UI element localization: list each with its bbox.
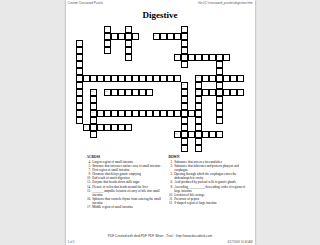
clues-section: ACROSS 4.Largest region of small intesti… [87, 155, 251, 209]
grid-cell: 6 [76, 40, 83, 47]
clue-number: 3. [169, 172, 174, 180]
grid-cell [125, 40, 132, 47]
clue-text: Ascending, _________, descending: order … [174, 185, 250, 193]
grid-cell: 11 [181, 82, 188, 89]
clue-number: 2. [169, 164, 174, 172]
grid-cell [111, 124, 118, 131]
clue-text: Middle region of small intestine [92, 205, 164, 209]
grid-cell [76, 54, 83, 61]
docudesk-link[interactable]: http://www.docudesk.com [176, 234, 212, 238]
grid-cell: 1 [104, 26, 111, 33]
grid-cell [76, 68, 83, 75]
clue-text: Sphincter that controls chyme from enter… [92, 197, 164, 205]
grid-cell [125, 75, 132, 82]
grid-cell [76, 82, 83, 89]
grid-cell [167, 110, 174, 117]
grid-cell [174, 75, 181, 82]
grid-cell [181, 145, 188, 152]
grid-cell [195, 110, 202, 117]
grid-cell [181, 96, 188, 103]
cell-number: 3 [182, 27, 183, 30]
grid-cell [111, 75, 118, 82]
grid-cell [132, 75, 139, 82]
footer-watermark: PDF Created with deskPDF PDF Writer - Tr… [66, 234, 255, 238]
cell-number: 9 [77, 76, 78, 79]
grid-cell [118, 110, 125, 117]
grid-cell [139, 89, 146, 96]
grid-cell [216, 75, 223, 82]
clue-number: 8. [169, 185, 174, 193]
grid-cell [216, 68, 223, 75]
cell-number: 1 [105, 27, 106, 30]
grid-cell [174, 110, 181, 117]
grid-cell [90, 103, 97, 110]
grid-cell [125, 89, 132, 96]
page-title: Digestive [66, 10, 255, 20]
clue-item: 3.Opening through which the esophagus en… [169, 172, 251, 180]
grid-cell [181, 110, 188, 117]
grid-cell [202, 54, 209, 61]
grid-cell [139, 110, 146, 117]
clue-item: 15._______ ampulla: location of entry of… [87, 189, 165, 197]
grid-cell: 8 [216, 54, 223, 61]
grid-cell [216, 89, 223, 96]
clue-number: 12. [169, 201, 174, 205]
grid-cell [153, 110, 160, 117]
cell-number: 11 [182, 83, 184, 86]
grid-cell [188, 110, 195, 117]
grid-cell [76, 47, 83, 54]
grid-cell [139, 75, 146, 82]
grid-cell [216, 96, 223, 103]
grid-cell [223, 75, 230, 82]
clue-number: 15. [87, 189, 92, 197]
grid-cell [195, 117, 202, 124]
grid-cell [132, 110, 139, 117]
cell-number: 2 [126, 27, 127, 30]
cell-number: 7 [175, 55, 176, 58]
down-title: DOWN [169, 155, 251, 159]
grid-cell [216, 103, 223, 110]
timestamp: 4/17/2009 10:34 AM [227, 240, 252, 244]
grid-cell: 9 [76, 75, 83, 82]
grid-cell [97, 124, 104, 131]
down-column: DOWN 1.Substance that acts as a fat emul… [169, 155, 251, 209]
grid-cell [195, 138, 202, 145]
grid-cell [90, 124, 97, 131]
cell-number: 17 [175, 132, 177, 135]
grid-cell [125, 54, 132, 61]
grid-cell [118, 33, 125, 40]
grid-cell [153, 75, 160, 82]
clue-text: Substance that lubricates and protects p… [174, 164, 250, 172]
clue-text: S-shaped region of large intestine [174, 201, 250, 205]
grid-cell [111, 33, 118, 40]
grid-cell [195, 54, 202, 61]
cell-number: 14 [196, 90, 198, 93]
grid-cell [202, 89, 209, 96]
grid-cell [209, 75, 216, 82]
grid-cell [118, 75, 125, 82]
across-title: ACROSS [87, 155, 165, 159]
grid-cell [90, 96, 97, 103]
grid-cell [195, 131, 202, 138]
grid-cell [202, 75, 209, 82]
grid-cell [90, 131, 97, 138]
grid-cell: 12 [90, 89, 97, 96]
grid-cell [160, 75, 167, 82]
grid-cell [167, 75, 174, 82]
cell-number: 10 [196, 76, 198, 79]
grid-cell: 17 [174, 131, 181, 138]
clue-number: 16. [87, 197, 92, 205]
clue-item: 12.S-shaped region of large intestine [169, 201, 251, 205]
grid-cell [181, 124, 188, 131]
grid-cell [237, 75, 244, 82]
grid-cell [216, 82, 223, 89]
header-left: Custom Crossword Puzzle [68, 1, 103, 5]
cell-number: 12 [91, 90, 93, 93]
across-column: ACROSS 4.Largest region of small intesti… [87, 155, 165, 209]
grid-cell: 7 [174, 54, 181, 61]
grid-cell [90, 117, 97, 124]
grid-cell [160, 33, 167, 40]
grid-cell [188, 131, 195, 138]
grid-cell [76, 96, 83, 103]
grid-cell: 16 [83, 124, 90, 131]
grid-cell [195, 124, 202, 131]
grid-cell [223, 89, 230, 96]
grid-cell [181, 47, 188, 54]
cell-number: 8 [217, 55, 218, 58]
grid-cell: 10 [195, 75, 202, 82]
grid-cell [216, 110, 223, 117]
grid-cell [195, 145, 202, 152]
grid-cell [104, 40, 111, 47]
watermark-text: PDF Created with deskPDF PDF Writer - Tr… [108, 234, 176, 238]
grid-cell: 14 [195, 89, 202, 96]
cell-number: 5 [154, 34, 155, 37]
pdf-page: Custom Crossword Puzzle file://C:\crossw… [66, 0, 255, 245]
grid-cell [174, 33, 181, 40]
grid-cell: 4 [104, 33, 111, 40]
grid-cell [125, 110, 132, 117]
clue-item: 16.Sphincter that controls chyme from en… [87, 197, 165, 205]
cell-number: 6 [77, 41, 78, 44]
down-list: 1.Substance that acts as a fat emulsifie… [169, 160, 251, 205]
grid-cell [181, 54, 188, 61]
cell-number: 4 [105, 34, 106, 37]
grid-cell [181, 103, 188, 110]
grid-cell: 2 [125, 26, 132, 33]
grid-cell [146, 110, 153, 117]
grid-cell [76, 61, 83, 68]
across-list: 4.Largest region of small intestine5.Str… [87, 160, 165, 209]
cell-number: 16 [84, 125, 86, 128]
cell-number: 15 [91, 111, 93, 114]
grid-cell [230, 89, 237, 96]
grid-cell [181, 131, 188, 138]
grid-cell [125, 33, 132, 40]
grid-cell [202, 131, 209, 138]
grid-cell [188, 54, 195, 61]
grid-cell [216, 61, 223, 68]
grid-cell [118, 124, 125, 131]
grid-cell [132, 33, 139, 40]
grid-cell [195, 82, 202, 89]
clue-item: 2.Substance that lubricates and protects… [169, 164, 251, 172]
grid-cell [76, 117, 83, 124]
grid-cell [181, 138, 188, 145]
grid-cell: 15 [90, 110, 97, 117]
grid-cell [104, 110, 111, 117]
grid-cell [146, 89, 153, 96]
grid-cell: 5 [153, 33, 160, 40]
header-filepath: file://C:\crossword_puzzles\digestive.ht… [198, 1, 252, 5]
grid-cell [118, 89, 125, 96]
grid-cell [76, 110, 83, 117]
grid-cell: 3 [181, 26, 188, 33]
grid-cell [125, 124, 132, 131]
grid-cell [97, 75, 104, 82]
grid-cell [181, 40, 188, 47]
grid-cell [216, 117, 223, 124]
grid-cell [125, 47, 132, 54]
grid-cell [104, 47, 111, 54]
grid-cell [195, 96, 202, 103]
grid-cell [111, 89, 118, 96]
clue-number: 17. [87, 205, 92, 209]
grid-cell [111, 110, 118, 117]
grid-cell [132, 89, 139, 96]
crossword-grid: 1234567891011121314151617 [76, 26, 244, 152]
grid-cell [181, 33, 188, 40]
clue-item: 17.Middle region of small intestine [87, 205, 165, 209]
grid-cell [90, 75, 97, 82]
grid-cell [160, 110, 167, 117]
grid-cell [83, 75, 90, 82]
grid-cell [167, 33, 174, 40]
grid-cell [76, 103, 83, 110]
grid-cell [195, 103, 202, 110]
cell-number: 13 [105, 90, 107, 93]
grid-cell [76, 89, 83, 96]
grid-cell [97, 110, 104, 117]
grid-cell [146, 75, 153, 82]
grid-cell [223, 54, 230, 61]
page-number: 1 of 2 [68, 240, 75, 244]
grid-cell [181, 117, 188, 124]
grid-cell [104, 75, 111, 82]
grid-cell [181, 89, 188, 96]
grid-cell [209, 54, 216, 61]
grid-cell [237, 89, 244, 96]
grid-cell [209, 131, 216, 138]
clue-text: _______ ampulla: location of entry of bi… [92, 189, 164, 197]
grid-cell [181, 61, 188, 68]
clue-text: Opening through which the esophagus ente… [174, 172, 250, 180]
grid-cell [209, 89, 216, 96]
grid-cell [216, 131, 223, 138]
grid-cell [230, 75, 237, 82]
grid-cell: 13 [104, 89, 111, 96]
grid-cell [104, 124, 111, 131]
clue-item: 8.Ascending, _________, descending: orde… [169, 185, 251, 193]
